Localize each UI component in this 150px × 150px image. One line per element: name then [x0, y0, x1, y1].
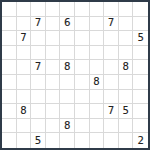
- puzzle-page: 767757888875852: [0, 0, 150, 150]
- cell-r10c4[interactable]: [46, 133, 61, 148]
- cell-r2c3[interactable]: 7: [31, 17, 46, 32]
- cell-r2c10[interactable]: [133, 17, 148, 32]
- cell-r8c7[interactable]: [90, 104, 105, 119]
- given-digit: 7: [35, 18, 41, 28]
- given-digit: 7: [108, 106, 114, 116]
- cell-r5c9[interactable]: 8: [119, 60, 134, 75]
- cell-r4c2[interactable]: [17, 46, 32, 61]
- cell-r2c5[interactable]: 6: [60, 17, 75, 32]
- cell-r1c5[interactable]: [60, 2, 75, 17]
- cell-r2c8[interactable]: 7: [104, 17, 119, 32]
- cell-r7c7[interactable]: [90, 90, 105, 105]
- cell-r5c2[interactable]: [17, 60, 32, 75]
- cell-r5c3[interactable]: 7: [31, 60, 46, 75]
- cell-r10c9[interactable]: [119, 133, 134, 148]
- cell-r5c5[interactable]: 8: [60, 60, 75, 75]
- cell-r5c6[interactable]: [75, 60, 90, 75]
- cell-r4c8[interactable]: [104, 46, 119, 61]
- cell-r7c3[interactable]: [31, 90, 46, 105]
- cell-r5c4[interactable]: [46, 60, 61, 75]
- cell-r10c1[interactable]: [2, 133, 17, 148]
- given-digit: 8: [64, 62, 70, 72]
- cell-r1c1[interactable]: [2, 2, 17, 17]
- cell-r8c6[interactable]: [75, 104, 90, 119]
- cell-r2c2[interactable]: [17, 17, 32, 32]
- given-digit: 8: [64, 121, 70, 131]
- cell-r5c7[interactable]: [90, 60, 105, 75]
- given-digit: 5: [122, 106, 128, 116]
- cell-r8c10[interactable]: [133, 104, 148, 119]
- given-digit: 6: [64, 18, 70, 28]
- cell-r7c6[interactable]: [75, 90, 90, 105]
- cell-r3c3[interactable]: [31, 31, 46, 46]
- cell-r8c3[interactable]: [31, 104, 46, 119]
- cell-r7c2[interactable]: [17, 90, 32, 105]
- given-digit: 8: [20, 106, 26, 116]
- cell-r10c10[interactable]: 2: [133, 133, 148, 148]
- cell-r10c7[interactable]: [90, 133, 105, 148]
- cell-r3c6[interactable]: [75, 31, 90, 46]
- cell-r7c10[interactable]: [133, 90, 148, 105]
- cell-r9c6[interactable]: [75, 119, 90, 134]
- cell-r4c6[interactable]: [75, 46, 90, 61]
- cell-r10c5[interactable]: [60, 133, 75, 148]
- cell-r9c8[interactable]: [104, 119, 119, 134]
- cell-r8c2[interactable]: 8: [17, 104, 32, 119]
- cell-r6c1[interactable]: [2, 75, 17, 90]
- cell-r9c10[interactable]: [133, 119, 148, 134]
- cell-r9c5[interactable]: 8: [60, 119, 75, 134]
- given-digit: 7: [108, 18, 114, 28]
- cell-r4c1[interactable]: [2, 46, 17, 61]
- cell-r3c8[interactable]: [104, 31, 119, 46]
- cell-r9c9[interactable]: [119, 119, 134, 134]
- cell-r9c1[interactable]: [2, 119, 17, 134]
- cell-r4c3[interactable]: [31, 46, 46, 61]
- given-digit: 2: [138, 136, 144, 146]
- cell-r2c6[interactable]: [75, 17, 90, 32]
- given-digit: 8: [93, 77, 99, 87]
- cell-r1c8[interactable]: [104, 2, 119, 17]
- puzzle-board: 767757888875852: [0, 0, 150, 150]
- cell-r7c9[interactable]: [119, 90, 134, 105]
- cell-r2c1[interactable]: [2, 17, 17, 32]
- cell-r3c9[interactable]: [119, 31, 134, 46]
- cell-r1c7[interactable]: [90, 2, 105, 17]
- cell-r7c8[interactable]: [104, 90, 119, 105]
- cell-r6c2[interactable]: [17, 75, 32, 90]
- puzzle-grid: 767757888875852: [2, 2, 148, 148]
- cell-r9c3[interactable]: [31, 119, 46, 134]
- given-digit: 7: [20, 33, 26, 43]
- cell-r2c9[interactable]: [119, 17, 134, 32]
- cell-r10c6[interactable]: [75, 133, 90, 148]
- cell-r9c2[interactable]: [17, 119, 32, 134]
- cell-r6c3[interactable]: [31, 75, 46, 90]
- given-digit: 5: [138, 33, 144, 43]
- cell-r5c10[interactable]: [133, 60, 148, 75]
- cell-r6c9[interactable]: [119, 75, 134, 90]
- cell-r9c4[interactable]: [46, 119, 61, 134]
- cell-r8c4[interactable]: [46, 104, 61, 119]
- cell-r1c4[interactable]: [46, 2, 61, 17]
- cell-r8c8[interactable]: 7: [104, 104, 119, 119]
- cell-r6c7[interactable]: 8: [90, 75, 105, 90]
- cell-r1c10[interactable]: [133, 2, 148, 17]
- cell-r6c4[interactable]: [46, 75, 61, 90]
- cell-r1c2[interactable]: [17, 2, 32, 17]
- cell-r3c2[interactable]: 7: [17, 31, 32, 46]
- cell-r1c6[interactable]: [75, 2, 90, 17]
- cell-r4c4[interactable]: [46, 46, 61, 61]
- cell-r2c7[interactable]: [90, 17, 105, 32]
- cell-r4c10[interactable]: [133, 46, 148, 61]
- cell-r6c10[interactable]: [133, 75, 148, 90]
- cell-r9c7[interactable]: [90, 119, 105, 134]
- cell-r8c5[interactable]: [60, 104, 75, 119]
- cell-r4c9[interactable]: [119, 46, 134, 61]
- given-digit: 7: [35, 62, 41, 72]
- cell-r3c10[interactable]: 5: [133, 31, 148, 46]
- cell-r5c8[interactable]: [104, 60, 119, 75]
- cell-r1c9[interactable]: [119, 2, 134, 17]
- cell-r7c4[interactable]: [46, 90, 61, 105]
- cell-r5c1[interactable]: [2, 60, 17, 75]
- cell-r10c3[interactable]: 5: [31, 133, 46, 148]
- cell-r3c5[interactable]: [60, 31, 75, 46]
- cell-r10c2[interactable]: [17, 133, 32, 148]
- cell-r6c6[interactable]: [75, 75, 90, 90]
- cell-r2c4[interactable]: [46, 17, 61, 32]
- cell-r3c4[interactable]: [46, 31, 61, 46]
- cell-r1c3[interactable]: [31, 2, 46, 17]
- cell-r3c7[interactable]: [90, 31, 105, 46]
- cell-r10c8[interactable]: [104, 133, 119, 148]
- given-digit: 8: [122, 62, 128, 72]
- given-digit: 5: [35, 136, 41, 146]
- cell-r7c5[interactable]: [60, 90, 75, 105]
- cell-r6c5[interactable]: [60, 75, 75, 90]
- cell-r7c1[interactable]: [2, 90, 17, 105]
- cell-r3c1[interactable]: [2, 31, 17, 46]
- cell-r4c7[interactable]: [90, 46, 105, 61]
- cell-r4c5[interactable]: [60, 46, 75, 61]
- cell-r8c1[interactable]: [2, 104, 17, 119]
- cell-r6c8[interactable]: [104, 75, 119, 90]
- cell-r8c9[interactable]: 5: [119, 104, 134, 119]
